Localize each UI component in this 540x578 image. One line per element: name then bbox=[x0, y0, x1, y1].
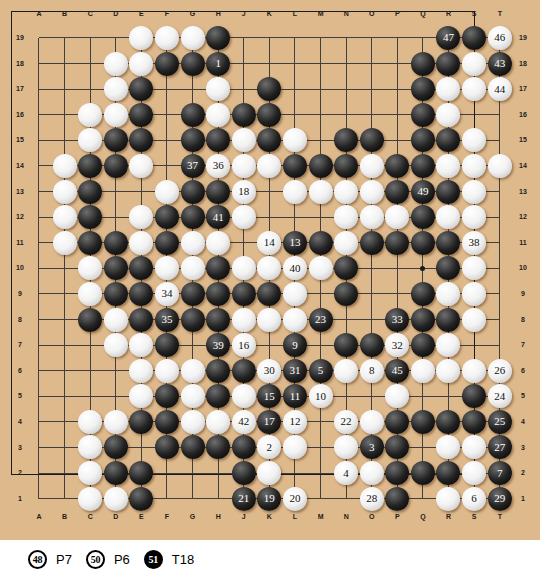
point-D5[interactable] bbox=[103, 384, 129, 410]
point-H19[interactable] bbox=[205, 25, 231, 51]
point-B8[interactable] bbox=[52, 307, 78, 333]
point-E19[interactable] bbox=[129, 25, 155, 51]
point-G15[interactable] bbox=[180, 128, 206, 154]
point-A16[interactable] bbox=[26, 102, 52, 128]
point-C4[interactable] bbox=[77, 409, 103, 435]
point-K19[interactable] bbox=[257, 25, 283, 51]
point-N4[interactable]: 22 bbox=[333, 409, 359, 435]
point-A13[interactable] bbox=[26, 179, 52, 205]
point-J12[interactable] bbox=[231, 204, 257, 230]
point-H5[interactable] bbox=[205, 384, 231, 410]
point-M10[interactable] bbox=[308, 256, 334, 282]
point-D17[interactable] bbox=[103, 76, 129, 102]
point-H7[interactable]: 39 bbox=[205, 332, 231, 358]
point-K10[interactable] bbox=[257, 256, 283, 282]
point-T3[interactable]: 27 bbox=[487, 435, 513, 461]
point-T4[interactable]: 25 bbox=[487, 409, 513, 435]
point-E2[interactable] bbox=[129, 460, 155, 486]
point-G7[interactable] bbox=[180, 332, 206, 358]
point-D11[interactable] bbox=[103, 230, 129, 256]
point-H14[interactable]: 36 bbox=[205, 153, 231, 179]
point-D16[interactable] bbox=[103, 102, 129, 128]
point-G6[interactable] bbox=[180, 358, 206, 384]
point-N16[interactable] bbox=[333, 102, 359, 128]
point-K11[interactable]: 14 bbox=[257, 230, 283, 256]
point-K17[interactable] bbox=[257, 76, 283, 102]
point-T10[interactable] bbox=[487, 256, 513, 282]
point-E17[interactable] bbox=[129, 76, 155, 102]
point-J19[interactable] bbox=[231, 25, 257, 51]
point-E13[interactable] bbox=[129, 179, 155, 205]
point-C11[interactable] bbox=[77, 230, 103, 256]
point-J11[interactable] bbox=[231, 230, 257, 256]
point-C19[interactable] bbox=[77, 25, 103, 51]
point-G8[interactable] bbox=[180, 307, 206, 333]
point-B7[interactable] bbox=[52, 332, 78, 358]
point-D18[interactable] bbox=[103, 51, 129, 77]
point-T19[interactable]: 46 bbox=[487, 25, 513, 51]
point-N3[interactable] bbox=[333, 435, 359, 461]
point-O18[interactable] bbox=[359, 51, 385, 77]
point-E18[interactable] bbox=[129, 51, 155, 77]
point-R11[interactable] bbox=[436, 230, 462, 256]
point-S8[interactable] bbox=[461, 307, 487, 333]
point-G14[interactable]: 37 bbox=[180, 153, 206, 179]
point-L16[interactable] bbox=[282, 102, 308, 128]
point-P11[interactable] bbox=[385, 230, 411, 256]
point-E3[interactable] bbox=[129, 435, 155, 461]
point-S10[interactable] bbox=[461, 256, 487, 282]
point-L8[interactable] bbox=[282, 307, 308, 333]
point-O11[interactable] bbox=[359, 230, 385, 256]
point-O6[interactable]: 8 bbox=[359, 358, 385, 384]
point-T2[interactable]: 7 bbox=[487, 460, 513, 486]
point-O16[interactable] bbox=[359, 102, 385, 128]
point-K13[interactable] bbox=[257, 179, 283, 205]
point-A15[interactable] bbox=[26, 128, 52, 154]
point-T13[interactable] bbox=[487, 179, 513, 205]
point-L7[interactable]: 9 bbox=[282, 332, 308, 358]
point-R1[interactable] bbox=[436, 486, 462, 512]
point-B15[interactable] bbox=[52, 128, 78, 154]
point-N2[interactable]: 4 bbox=[333, 460, 359, 486]
point-B6[interactable] bbox=[52, 358, 78, 384]
point-B13[interactable] bbox=[52, 179, 78, 205]
point-B9[interactable] bbox=[52, 281, 78, 307]
point-M1[interactable] bbox=[308, 486, 334, 512]
point-K3[interactable]: 2 bbox=[257, 435, 283, 461]
point-C13[interactable] bbox=[77, 179, 103, 205]
point-A6[interactable] bbox=[26, 358, 52, 384]
point-G10[interactable] bbox=[180, 256, 206, 282]
point-K14[interactable] bbox=[257, 153, 283, 179]
point-K8[interactable] bbox=[257, 307, 283, 333]
point-P2[interactable] bbox=[385, 460, 411, 486]
point-R4[interactable] bbox=[436, 409, 462, 435]
point-C7[interactable] bbox=[77, 332, 103, 358]
point-O9[interactable] bbox=[359, 281, 385, 307]
point-T18[interactable]: 43 bbox=[487, 51, 513, 77]
point-E5[interactable] bbox=[129, 384, 155, 410]
point-S15[interactable] bbox=[461, 128, 487, 154]
point-F5[interactable] bbox=[154, 384, 180, 410]
point-A7[interactable] bbox=[26, 332, 52, 358]
point-O12[interactable] bbox=[359, 204, 385, 230]
point-J6[interactable] bbox=[231, 358, 257, 384]
point-T5[interactable]: 24 bbox=[487, 384, 513, 410]
point-R5[interactable] bbox=[436, 384, 462, 410]
point-M14[interactable] bbox=[308, 153, 334, 179]
point-K2[interactable] bbox=[257, 460, 283, 486]
point-F9[interactable]: 34 bbox=[154, 281, 180, 307]
point-N5[interactable] bbox=[333, 384, 359, 410]
point-F6[interactable] bbox=[154, 358, 180, 384]
point-L4[interactable]: 12 bbox=[282, 409, 308, 435]
point-Q6[interactable] bbox=[410, 358, 436, 384]
point-P18[interactable] bbox=[385, 51, 411, 77]
point-D6[interactable] bbox=[103, 358, 129, 384]
point-C14[interactable] bbox=[77, 153, 103, 179]
point-N12[interactable] bbox=[333, 204, 359, 230]
point-T12[interactable] bbox=[487, 204, 513, 230]
point-L15[interactable] bbox=[282, 128, 308, 154]
point-B18[interactable] bbox=[52, 51, 78, 77]
point-J1[interactable]: 21 bbox=[231, 486, 257, 512]
point-E8[interactable] bbox=[129, 307, 155, 333]
point-P5[interactable] bbox=[385, 384, 411, 410]
point-M7[interactable] bbox=[308, 332, 334, 358]
point-R15[interactable] bbox=[436, 128, 462, 154]
point-R2[interactable] bbox=[436, 460, 462, 486]
point-N8[interactable] bbox=[333, 307, 359, 333]
point-L2[interactable] bbox=[282, 460, 308, 486]
point-A17[interactable] bbox=[26, 76, 52, 102]
point-B11[interactable] bbox=[52, 230, 78, 256]
point-G18[interactable] bbox=[180, 51, 206, 77]
point-H18[interactable]: 1 bbox=[205, 51, 231, 77]
point-E6[interactable] bbox=[129, 358, 155, 384]
point-L18[interactable] bbox=[282, 51, 308, 77]
point-M17[interactable] bbox=[308, 76, 334, 102]
point-P13[interactable] bbox=[385, 179, 411, 205]
point-S12[interactable] bbox=[461, 204, 487, 230]
point-A14[interactable] bbox=[26, 153, 52, 179]
point-F14[interactable] bbox=[154, 153, 180, 179]
point-S4[interactable] bbox=[461, 409, 487, 435]
point-D9[interactable] bbox=[103, 281, 129, 307]
point-F16[interactable] bbox=[154, 102, 180, 128]
point-A5[interactable] bbox=[26, 384, 52, 410]
point-A9[interactable] bbox=[26, 281, 52, 307]
point-T11[interactable] bbox=[487, 230, 513, 256]
point-P6[interactable]: 45 bbox=[385, 358, 411, 384]
point-L13[interactable] bbox=[282, 179, 308, 205]
point-P9[interactable] bbox=[385, 281, 411, 307]
point-R7[interactable] bbox=[436, 332, 462, 358]
point-M6[interactable]: 5 bbox=[308, 358, 334, 384]
point-T15[interactable] bbox=[487, 128, 513, 154]
point-K5[interactable]: 15 bbox=[257, 384, 283, 410]
point-S5[interactable] bbox=[461, 384, 487, 410]
point-O19[interactable] bbox=[359, 25, 385, 51]
point-M11[interactable] bbox=[308, 230, 334, 256]
point-G19[interactable] bbox=[180, 25, 206, 51]
point-S11[interactable]: 38 bbox=[461, 230, 487, 256]
point-L9[interactable] bbox=[282, 281, 308, 307]
point-J18[interactable] bbox=[231, 51, 257, 77]
point-Q4[interactable] bbox=[410, 409, 436, 435]
point-T1[interactable]: 29 bbox=[487, 486, 513, 512]
point-H11[interactable] bbox=[205, 230, 231, 256]
point-R12[interactable] bbox=[436, 204, 462, 230]
point-B4[interactable] bbox=[52, 409, 78, 435]
point-C15[interactable] bbox=[77, 128, 103, 154]
point-R19[interactable]: 47 bbox=[436, 25, 462, 51]
point-B12[interactable] bbox=[52, 204, 78, 230]
point-F15[interactable] bbox=[154, 128, 180, 154]
point-G13[interactable] bbox=[180, 179, 206, 205]
point-P1[interactable] bbox=[385, 486, 411, 512]
point-E15[interactable] bbox=[129, 128, 155, 154]
point-A2[interactable] bbox=[26, 460, 52, 486]
point-G16[interactable] bbox=[180, 102, 206, 128]
point-J15[interactable] bbox=[231, 128, 257, 154]
point-Q10[interactable] bbox=[410, 256, 436, 282]
point-R9[interactable] bbox=[436, 281, 462, 307]
point-P8[interactable]: 33 bbox=[385, 307, 411, 333]
point-D13[interactable] bbox=[103, 179, 129, 205]
point-M19[interactable] bbox=[308, 25, 334, 51]
point-S19[interactable] bbox=[461, 25, 487, 51]
point-M8[interactable]: 23 bbox=[308, 307, 334, 333]
point-P10[interactable] bbox=[385, 256, 411, 282]
point-F19[interactable] bbox=[154, 25, 180, 51]
point-N13[interactable] bbox=[333, 179, 359, 205]
point-N11[interactable] bbox=[333, 230, 359, 256]
point-G3[interactable] bbox=[180, 435, 206, 461]
point-S17[interactable] bbox=[461, 76, 487, 102]
point-B3[interactable] bbox=[52, 435, 78, 461]
point-H17[interactable] bbox=[205, 76, 231, 102]
point-Q8[interactable] bbox=[410, 307, 436, 333]
point-A1[interactable] bbox=[26, 486, 52, 512]
point-J9[interactable] bbox=[231, 281, 257, 307]
point-O7[interactable] bbox=[359, 332, 385, 358]
point-C12[interactable] bbox=[77, 204, 103, 230]
point-N6[interactable] bbox=[333, 358, 359, 384]
point-S3[interactable] bbox=[461, 435, 487, 461]
point-S18[interactable] bbox=[461, 51, 487, 77]
point-R17[interactable] bbox=[436, 76, 462, 102]
point-A8[interactable] bbox=[26, 307, 52, 333]
point-F11[interactable] bbox=[154, 230, 180, 256]
point-F3[interactable] bbox=[154, 435, 180, 461]
point-M13[interactable] bbox=[308, 179, 334, 205]
point-Q19[interactable] bbox=[410, 25, 436, 51]
point-M15[interactable] bbox=[308, 128, 334, 154]
point-C6[interactable] bbox=[77, 358, 103, 384]
point-R8[interactable] bbox=[436, 307, 462, 333]
point-O2[interactable] bbox=[359, 460, 385, 486]
point-S13[interactable] bbox=[461, 179, 487, 205]
point-J16[interactable] bbox=[231, 102, 257, 128]
point-G11[interactable] bbox=[180, 230, 206, 256]
point-F1[interactable] bbox=[154, 486, 180, 512]
point-Q3[interactable] bbox=[410, 435, 436, 461]
point-P7[interactable]: 32 bbox=[385, 332, 411, 358]
point-H13[interactable] bbox=[205, 179, 231, 205]
point-Q7[interactable] bbox=[410, 332, 436, 358]
point-T14[interactable] bbox=[487, 153, 513, 179]
point-M16[interactable] bbox=[308, 102, 334, 128]
point-Q12[interactable] bbox=[410, 204, 436, 230]
point-F10[interactable] bbox=[154, 256, 180, 282]
point-D3[interactable] bbox=[103, 435, 129, 461]
point-S6[interactable] bbox=[461, 358, 487, 384]
point-L14[interactable] bbox=[282, 153, 308, 179]
point-J3[interactable] bbox=[231, 435, 257, 461]
point-Q17[interactable] bbox=[410, 76, 436, 102]
point-P16[interactable] bbox=[385, 102, 411, 128]
point-D7[interactable] bbox=[103, 332, 129, 358]
point-S1[interactable]: 6 bbox=[461, 486, 487, 512]
point-P19[interactable] bbox=[385, 25, 411, 51]
point-G9[interactable] bbox=[180, 281, 206, 307]
point-B16[interactable] bbox=[52, 102, 78, 128]
point-L19[interactable] bbox=[282, 25, 308, 51]
point-G12[interactable] bbox=[180, 204, 206, 230]
point-N19[interactable] bbox=[333, 25, 359, 51]
point-Q16[interactable] bbox=[410, 102, 436, 128]
point-B2[interactable] bbox=[52, 460, 78, 486]
point-G5[interactable] bbox=[180, 384, 206, 410]
point-G2[interactable] bbox=[180, 460, 206, 486]
point-J7[interactable]: 16 bbox=[231, 332, 257, 358]
point-R14[interactable] bbox=[436, 153, 462, 179]
point-C2[interactable] bbox=[77, 460, 103, 486]
point-C16[interactable] bbox=[77, 102, 103, 128]
point-M18[interactable] bbox=[308, 51, 334, 77]
point-M4[interactable] bbox=[308, 409, 334, 435]
point-A19[interactable] bbox=[26, 25, 52, 51]
point-T6[interactable]: 26 bbox=[487, 358, 513, 384]
point-F4[interactable] bbox=[154, 409, 180, 435]
point-M3[interactable] bbox=[308, 435, 334, 461]
point-O5[interactable] bbox=[359, 384, 385, 410]
point-C10[interactable] bbox=[77, 256, 103, 282]
point-P17[interactable] bbox=[385, 76, 411, 102]
point-E7[interactable] bbox=[129, 332, 155, 358]
point-L11[interactable]: 13 bbox=[282, 230, 308, 256]
point-H2[interactable] bbox=[205, 460, 231, 486]
point-N15[interactable] bbox=[333, 128, 359, 154]
point-S9[interactable] bbox=[461, 281, 487, 307]
point-F18[interactable] bbox=[154, 51, 180, 77]
point-J4[interactable]: 42 bbox=[231, 409, 257, 435]
point-G17[interactable] bbox=[180, 76, 206, 102]
point-L3[interactable] bbox=[282, 435, 308, 461]
point-K18[interactable] bbox=[257, 51, 283, 77]
point-K16[interactable] bbox=[257, 102, 283, 128]
point-G4[interactable] bbox=[180, 409, 206, 435]
point-E11[interactable] bbox=[129, 230, 155, 256]
point-P12[interactable] bbox=[385, 204, 411, 230]
point-A12[interactable] bbox=[26, 204, 52, 230]
point-M5[interactable]: 10 bbox=[308, 384, 334, 410]
point-Q11[interactable] bbox=[410, 230, 436, 256]
point-Q9[interactable] bbox=[410, 281, 436, 307]
point-T17[interactable]: 44 bbox=[487, 76, 513, 102]
point-K1[interactable]: 19 bbox=[257, 486, 283, 512]
point-K6[interactable]: 30 bbox=[257, 358, 283, 384]
point-H3[interactable] bbox=[205, 435, 231, 461]
point-A18[interactable] bbox=[26, 51, 52, 77]
point-H15[interactable] bbox=[205, 128, 231, 154]
point-P3[interactable] bbox=[385, 435, 411, 461]
point-O17[interactable] bbox=[359, 76, 385, 102]
point-D12[interactable] bbox=[103, 204, 129, 230]
point-Q15[interactable] bbox=[410, 128, 436, 154]
point-N1[interactable] bbox=[333, 486, 359, 512]
point-N9[interactable] bbox=[333, 281, 359, 307]
point-L10[interactable]: 40 bbox=[282, 256, 308, 282]
point-Q13[interactable]: 49 bbox=[410, 179, 436, 205]
point-J8[interactable] bbox=[231, 307, 257, 333]
point-E16[interactable] bbox=[129, 102, 155, 128]
point-S14[interactable] bbox=[461, 153, 487, 179]
point-L6[interactable]: 31 bbox=[282, 358, 308, 384]
point-B17[interactable] bbox=[52, 76, 78, 102]
point-J5[interactable] bbox=[231, 384, 257, 410]
point-C1[interactable] bbox=[77, 486, 103, 512]
point-C5[interactable] bbox=[77, 384, 103, 410]
point-C9[interactable] bbox=[77, 281, 103, 307]
point-N18[interactable] bbox=[333, 51, 359, 77]
point-P4[interactable] bbox=[385, 409, 411, 435]
point-H8[interactable] bbox=[205, 307, 231, 333]
point-A11[interactable] bbox=[26, 230, 52, 256]
point-R16[interactable] bbox=[436, 102, 462, 128]
point-D19[interactable] bbox=[103, 25, 129, 51]
point-L1[interactable]: 20 bbox=[282, 486, 308, 512]
point-Q5[interactable] bbox=[410, 384, 436, 410]
point-O3[interactable]: 3 bbox=[359, 435, 385, 461]
point-L5[interactable]: 11 bbox=[282, 384, 308, 410]
point-F17[interactable] bbox=[154, 76, 180, 102]
point-F8[interactable]: 35 bbox=[154, 307, 180, 333]
point-R13[interactable] bbox=[436, 179, 462, 205]
point-J10[interactable] bbox=[231, 256, 257, 282]
point-E1[interactable] bbox=[129, 486, 155, 512]
point-Q2[interactable] bbox=[410, 460, 436, 486]
point-O15[interactable] bbox=[359, 128, 385, 154]
point-J17[interactable] bbox=[231, 76, 257, 102]
point-K9[interactable] bbox=[257, 281, 283, 307]
point-A4[interactable] bbox=[26, 409, 52, 435]
point-H16[interactable] bbox=[205, 102, 231, 128]
point-R3[interactable] bbox=[436, 435, 462, 461]
point-O13[interactable] bbox=[359, 179, 385, 205]
point-O4[interactable] bbox=[359, 409, 385, 435]
point-C17[interactable] bbox=[77, 76, 103, 102]
point-K4[interactable]: 17 bbox=[257, 409, 283, 435]
point-R6[interactable] bbox=[436, 358, 462, 384]
point-S2[interactable] bbox=[461, 460, 487, 486]
point-N14[interactable] bbox=[333, 153, 359, 179]
point-L12[interactable] bbox=[282, 204, 308, 230]
point-H10[interactable] bbox=[205, 256, 231, 282]
point-H12[interactable]: 41 bbox=[205, 204, 231, 230]
